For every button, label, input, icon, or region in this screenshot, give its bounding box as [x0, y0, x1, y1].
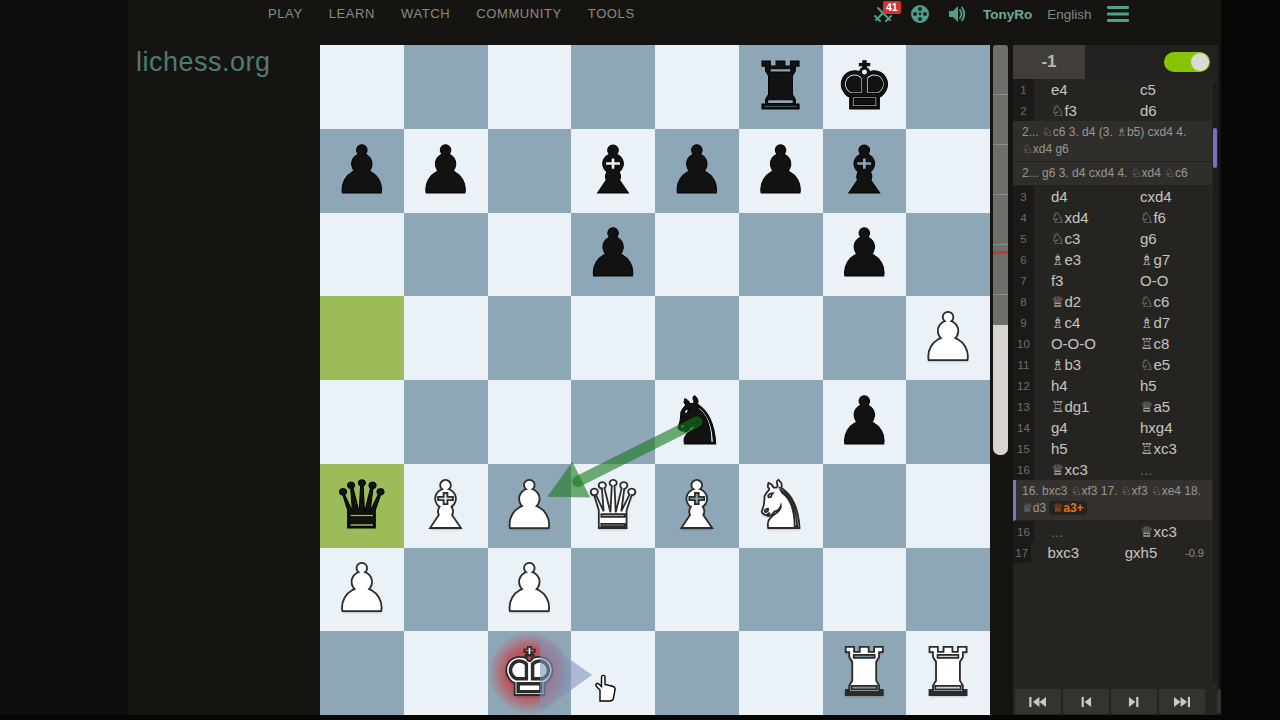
black-move[interactable]: ♗g7 — [1123, 251, 1212, 269]
black-n-e4: ♞ — [667, 382, 726, 462]
eval-score: -1 — [1013, 45, 1085, 79]
square-c1[interactable]: ♚ — [488, 631, 572, 715]
white-p-c2: ♟ — [500, 549, 559, 629]
square-b5[interactable] — [404, 296, 488, 380]
white-q-d3: ♛ — [584, 466, 643, 546]
black-move[interactable]: hxg4 — [1123, 419, 1212, 436]
square-e7[interactable]: ♟ — [655, 129, 739, 213]
square-a4[interactable] — [320, 380, 404, 464]
square-c5[interactable] — [488, 296, 572, 380]
square-e1[interactable] — [655, 631, 739, 715]
variation-line[interactable]: 2... ♘c6 3. d4 (3. ♗b5) cxd4 4. ♘xd4 g6 — [1013, 121, 1212, 162]
square-f3[interactable]: ♞ — [739, 464, 823, 548]
black-b-d7: ♝ — [584, 131, 643, 211]
move-row: 12h4h5 — [1013, 375, 1212, 396]
square-f5[interactable] — [739, 296, 823, 380]
move-list-scrollbar-track — [1213, 82, 1217, 682]
square-a7[interactable]: ♟ — [320, 129, 404, 213]
square-a5[interactable] — [320, 296, 404, 380]
black-b-g7: ♝ — [835, 131, 894, 211]
square-e6[interactable] — [655, 213, 739, 297]
black-p-e7: ♟ — [667, 131, 726, 211]
square-f4[interactable] — [739, 380, 823, 464]
square-h5[interactable]: ♟ — [906, 296, 990, 380]
square-h2[interactable] — [906, 548, 990, 632]
move-row: 14g4hxg4 — [1013, 417, 1212, 438]
next-move-button[interactable] — [1111, 689, 1157, 714]
square-a3[interactable]: ♛ — [320, 464, 404, 548]
move-row: 5♘c3g6 — [1013, 228, 1212, 249]
move-number: 11 — [1013, 354, 1034, 375]
nav-item-watch[interactable]: WATCH — [401, 6, 450, 21]
white-move[interactable]: e4 — [1034, 81, 1123, 98]
white-n-f3: ♞ — [751, 466, 810, 546]
move-number: 2 — [1013, 100, 1034, 121]
black-r-f8: ♜ — [751, 47, 810, 127]
square-h1[interactable]: ♜ — [906, 631, 990, 715]
move-list-scrollbar-thumb[interactable] — [1213, 128, 1217, 168]
nav-item-play[interactable]: PLAY — [268, 6, 303, 21]
move-row: 8♕d2♘c6 — [1013, 291, 1212, 312]
white-move[interactable]: O-O-O — [1034, 335, 1123, 352]
black-move[interactable]: ♕a5 — [1123, 398, 1212, 416]
move-number: 6 — [1013, 249, 1034, 270]
top-navigation: PLAYLEARNWATCHCOMMUNITYTOOLS — [268, 6, 635, 21]
square-a1[interactable] — [320, 631, 404, 715]
move-number: 16 — [1013, 521, 1034, 542]
replay-controls — [1015, 689, 1253, 714]
black-move[interactable]: ♗d7 — [1123, 314, 1212, 332]
square-d4[interactable] — [571, 380, 655, 464]
square-f1[interactable] — [739, 631, 823, 715]
square-c6[interactable] — [488, 213, 572, 297]
last-move-button[interactable] — [1159, 689, 1205, 714]
right-letterbox — [1221, 0, 1280, 720]
move-list: 1e4c52♘f3d62... ♘c6 3. d4 (3. ♗b5) cxd4 … — [1013, 79, 1212, 685]
white-move[interactable]: h4 — [1034, 377, 1123, 394]
move-number: 12 — [1013, 375, 1034, 396]
square-e3[interactable]: ♝ — [655, 464, 739, 548]
black-p-f7: ♟ — [751, 131, 810, 211]
username[interactable]: TonyRo — [983, 7, 1032, 22]
toggle-container — [1085, 45, 1218, 79]
white-move[interactable]: ♕d2 — [1034, 293, 1123, 311]
square-b2[interactable] — [404, 548, 488, 632]
black-p-g4: ♟ — [835, 382, 894, 462]
square-g3[interactable] — [823, 464, 907, 548]
nav-item-community[interactable]: COMMUNITY — [476, 6, 562, 21]
black-move[interactable]: ♘e5 — [1123, 356, 1212, 374]
black-move[interactable]: ... — [1123, 461, 1212, 478]
white-move[interactable]: ♘xd4 — [1034, 209, 1123, 227]
square-d1[interactable] — [571, 631, 655, 715]
black-p-g6: ♟ — [835, 214, 894, 294]
black-move[interactable]: ♘f6 — [1123, 209, 1212, 227]
move-number: 10 — [1013, 333, 1034, 354]
chess-board: ♜♚♟♟♝♟♟♝♟♟♟♞♟♛♝♟♛♝♞♟♟♚♜♜ — [320, 45, 990, 715]
active-variation-move[interactable]: ♕a3+ — [1049, 501, 1086, 515]
white-move[interactable]: ... — [1034, 523, 1123, 540]
sound-icon[interactable] — [946, 4, 968, 24]
black-move[interactable]: c5 — [1123, 81, 1212, 98]
square-d2[interactable] — [571, 548, 655, 632]
square-a2[interactable]: ♟ — [320, 548, 404, 632]
white-r-h1: ♜ — [919, 633, 978, 713]
square-f2[interactable] — [739, 548, 823, 632]
square-g1[interactable]: ♜ — [823, 631, 907, 715]
white-k-c1: ♚ — [500, 633, 559, 713]
move-row: 11♗b3♘e5 — [1013, 354, 1212, 375]
move-row: 17bxc3gxh5-0.9 — [1013, 542, 1212, 563]
move-row: 7f3O-O — [1013, 270, 1212, 291]
move-row: 3d4cxd4 — [1013, 186, 1212, 207]
move-row: 6♗e3♗g7 — [1013, 249, 1212, 270]
black-move[interactable]: h5 — [1123, 377, 1212, 394]
square-g2[interactable] — [823, 548, 907, 632]
move-row: 1e4c5 — [1013, 79, 1212, 100]
square-g7[interactable]: ♝ — [823, 129, 907, 213]
square-b3[interactable]: ♝ — [404, 464, 488, 548]
white-move[interactable]: h5 — [1034, 440, 1123, 457]
user-cluster: 41 TonyRo English — [872, 3, 1129, 25]
white-move[interactable]: d4 — [1034, 188, 1123, 205]
eval-gauge-white-share — [993, 325, 1008, 455]
white-move[interactable]: ♖dg1 — [1034, 398, 1123, 416]
square-b6[interactable] — [404, 213, 488, 297]
square-d7[interactable]: ♝ — [571, 129, 655, 213]
square-e2[interactable] — [655, 548, 739, 632]
square-f8[interactable]: ♜ — [739, 45, 823, 129]
square-c8[interactable] — [488, 45, 572, 129]
square-h3[interactable] — [906, 464, 990, 548]
black-move[interactable]: cxd4 — [1123, 188, 1212, 205]
square-b1[interactable] — [404, 631, 488, 715]
move-number: 7 — [1013, 270, 1034, 291]
move-number: 16 — [1013, 459, 1034, 480]
square-d6[interactable]: ♟ — [571, 213, 655, 297]
eval-gauge — [993, 45, 1008, 455]
square-e4[interactable]: ♞ — [655, 380, 739, 464]
black-move[interactable]: g6 — [1123, 230, 1212, 247]
white-move[interactable]: ♘f3 — [1034, 102, 1123, 120]
square-b7[interactable]: ♟ — [404, 129, 488, 213]
square-a6[interactable] — [320, 213, 404, 297]
variation-text: 2... g6 3. d4 cxd4 4. ♘xd4 ♘c6 — [1022, 166, 1188, 180]
analysis-panel: -1 1e4c52♘f3d62... ♘c6 3. d4 (3. ♗b5) cx… — [1013, 45, 1218, 717]
white-move[interactable]: ♘c3 — [1034, 230, 1123, 248]
analysis-header: -1 — [1013, 45, 1218, 79]
square-h6[interactable] — [906, 213, 990, 297]
move-number: 15 — [1013, 438, 1034, 459]
square-b8[interactable] — [404, 45, 488, 129]
white-move[interactable]: f3 — [1034, 272, 1123, 289]
square-c3[interactable]: ♟ — [488, 464, 572, 548]
white-move[interactable]: bxc3 — [1031, 544, 1108, 561]
white-p-a2: ♟ — [332, 549, 391, 629]
square-g6[interactable]: ♟ — [823, 213, 907, 297]
left-letterbox — [0, 0, 128, 715]
local-eval-toggle[interactable] — [1164, 52, 1210, 72]
nav-item-tools[interactable]: TOOLS — [588, 6, 635, 21]
square-g8[interactable]: ♚ — [823, 45, 907, 129]
square-c7[interactable] — [488, 129, 572, 213]
white-move[interactable]: ♕xc3 — [1034, 461, 1123, 479]
square-d8[interactable] — [571, 45, 655, 129]
black-p-d6: ♟ — [584, 214, 643, 294]
eval-gauge-marker — [993, 251, 1008, 254]
nav-item-learn[interactable]: LEARN — [329, 6, 375, 21]
move-row: 10O-O-O♖c8 — [1013, 333, 1212, 354]
toggle-knob — [1191, 53, 1209, 71]
notification-badge[interactable]: 41 — [883, 1, 901, 14]
square-g4[interactable]: ♟ — [823, 380, 907, 464]
black-move[interactable]: ♖xc3 — [1123, 440, 1212, 458]
white-b-e3: ♝ — [667, 466, 726, 546]
move-number: 5 — [1013, 228, 1034, 249]
lichess-analysis-page: PLAYLEARNWATCHCOMMUNITYTOOLS 41 — [0, 0, 1280, 720]
black-p-a7: ♟ — [332, 131, 391, 211]
square-e5[interactable] — [655, 296, 739, 380]
black-move[interactable]: ♘c6 — [1123, 293, 1212, 311]
white-r-g1: ♜ — [835, 633, 894, 713]
square-b4[interactable] — [404, 380, 488, 464]
hamburger-menu-icon[interactable] — [1107, 4, 1129, 24]
move-number: 9 — [1013, 312, 1034, 333]
move-number: 4 — [1013, 207, 1034, 228]
white-move[interactable]: ♗b3 — [1034, 356, 1123, 374]
move-number: 1 — [1013, 79, 1034, 100]
black-p-b7: ♟ — [416, 131, 475, 211]
challenges-icon[interactable]: 41 — [872, 4, 894, 24]
previous-move-button[interactable] — [1063, 689, 1109, 714]
move-eval: -0.9 — [1185, 547, 1212, 559]
square-c4[interactable] — [488, 380, 572, 464]
variation-line[interactable]: 16. bxc3 ♘xf3 17. ♘xf3 ♘xe4 18. ♕d3 ♕a3+ — [1013, 480, 1212, 521]
streamers-icon[interactable] — [909, 4, 931, 24]
square-h8[interactable] — [906, 45, 990, 129]
black-q-a3: ♛ — [332, 466, 391, 546]
square-f7[interactable]: ♟ — [739, 129, 823, 213]
variation-line[interactable]: 2... g6 3. d4 cxd4 4. ♘xd4 ♘c6 — [1013, 162, 1212, 186]
square-h7[interactable] — [906, 129, 990, 213]
square-g5[interactable] — [823, 296, 907, 380]
black-move[interactable]: ♕xc3 — [1123, 523, 1212, 541]
move-number: 14 — [1013, 417, 1034, 438]
black-move[interactable]: O-O — [1123, 272, 1212, 289]
move-row: 2♘f3d6 — [1013, 100, 1212, 121]
move-number: 3 — [1013, 186, 1034, 207]
black-move[interactable]: ♖c8 — [1123, 335, 1212, 353]
lichess-logo[interactable]: lichess.org — [136, 47, 271, 78]
first-move-button[interactable] — [1015, 689, 1061, 714]
white-b-b3: ♝ — [416, 466, 475, 546]
bottom-letterbox — [0, 715, 1280, 720]
move-row: 9♗c4♗d7 — [1013, 312, 1212, 333]
move-row: 16...♕xc3 — [1013, 521, 1212, 542]
black-move[interactable]: gxh5 — [1108, 544, 1185, 561]
square-d3[interactable]: ♛ — [571, 464, 655, 548]
variation-text: 2... ♘c6 3. d4 (3. ♗b5) cxd4 4. ♘xd4 g6 — [1022, 125, 1186, 156]
square-f6[interactable] — [739, 213, 823, 297]
black-move[interactable]: d6 — [1123, 102, 1212, 119]
square-d5[interactable] — [571, 296, 655, 380]
move-number: 8 — [1013, 291, 1034, 312]
square-c2[interactable]: ♟ — [488, 548, 572, 632]
move-row: 15h5♖xc3 — [1013, 438, 1212, 459]
language-selector[interactable]: English — [1047, 7, 1091, 22]
white-p-h5: ♟ — [919, 298, 978, 378]
move-row: 13♖dg1♕a5 — [1013, 396, 1212, 417]
white-move[interactable]: ♗e3 — [1034, 251, 1123, 269]
move-row: 4♘xd4♘f6 — [1013, 207, 1212, 228]
white-p-c3: ♟ — [500, 466, 559, 546]
square-a8[interactable] — [320, 45, 404, 129]
move-number: 17 — [1013, 542, 1031, 563]
white-move[interactable]: g4 — [1034, 419, 1123, 436]
move-number: 13 — [1013, 396, 1034, 417]
black-k-g8: ♚ — [835, 47, 894, 127]
white-move[interactable]: ♗c4 — [1034, 314, 1123, 332]
square-h4[interactable] — [906, 380, 990, 464]
move-row: 16♕xc3... — [1013, 459, 1212, 480]
square-e8[interactable] — [655, 45, 739, 129]
